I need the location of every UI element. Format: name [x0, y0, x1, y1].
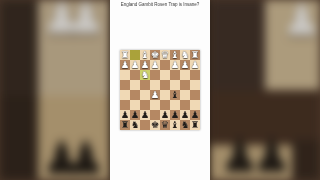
- square-d4: [160, 80, 170, 90]
- square-h5: [120, 90, 130, 100]
- piece-black-knight: ♞: [181, 120, 190, 130]
- square-d8: ♛: [160, 120, 170, 130]
- square-b4: [180, 80, 190, 90]
- square-e5: ♟: [150, 90, 160, 100]
- square-a2: ♟: [190, 60, 200, 70]
- piece-black-knight: ♞: [131, 120, 140, 130]
- square-h3: [120, 70, 130, 80]
- square-a5: [190, 90, 200, 100]
- backdrop-square: [292, 140, 320, 180]
- backdrop-square: [0, 0, 38, 96]
- piece-white-pawn: ♟: [121, 60, 130, 70]
- piece-white-pawn: ♟: [131, 60, 140, 70]
- piece-black-rook: ♜: [121, 120, 130, 130]
- piece-white-pawn: ♟: [151, 60, 160, 70]
- square-c8: ♝: [170, 120, 180, 130]
- piece-black-pawn: ♟: [141, 110, 150, 120]
- square-e2: ♟: [150, 60, 160, 70]
- square-g5: [130, 90, 140, 100]
- square-e6: [150, 100, 160, 110]
- square-g2: ♟: [130, 60, 140, 70]
- square-e3: [150, 70, 160, 80]
- square-h4: [120, 80, 130, 90]
- square-b2: ♟: [180, 60, 190, 70]
- piece-white-pawn: ♟: [181, 60, 190, 70]
- video-title: England Gambit Rosen Trap is Insane?: [110, 0, 210, 8]
- piece-black-rook: ♜: [191, 120, 200, 130]
- square-g4: [130, 80, 140, 90]
- square-e8: ♚: [150, 120, 160, 130]
- blurred-piece-black-pawn: ♟: [66, 136, 105, 180]
- square-g3: [130, 70, 140, 80]
- square-h2: ♟: [120, 60, 130, 70]
- square-d5: [160, 90, 170, 100]
- square-c5: ♝: [170, 90, 180, 100]
- square-f5: [140, 90, 150, 100]
- square-b8: ♞: [180, 120, 190, 130]
- piece-white-pawn: ♟: [151, 90, 160, 100]
- blurred-piece-white-pawn: ♟: [282, 0, 320, 42]
- piece-black-bishop: ♝: [171, 90, 180, 100]
- square-d3: [160, 70, 170, 80]
- square-c3: [170, 70, 180, 80]
- backdrop-square: [0, 96, 38, 180]
- backdrop-square: [210, 0, 265, 90]
- square-b5: [180, 90, 190, 100]
- square-f7: ♟: [140, 110, 150, 120]
- square-a4: [190, 80, 200, 90]
- chess-board: ♜♝♚♛♝♞♜♟♟♟♟♟♟♟♞♟♝♟♟♟♟♟♟♟♜♞♚♛♝♞♜: [120, 50, 200, 130]
- blurred-piece-white-pawn: ♟: [66, 0, 105, 40]
- square-c2: ♟: [170, 60, 180, 70]
- square-a8: ♜: [190, 120, 200, 130]
- piece-black-queen: ♛: [161, 120, 170, 130]
- piece-white-queen: ♛: [161, 50, 170, 60]
- video-frame[interactable]: England Gambit Rosen Trap is Insane? ♜♝♚…: [110, 0, 210, 180]
- piece-black-bishop: ♝: [171, 120, 180, 130]
- square-d1: ♛: [160, 50, 170, 60]
- square-f4: [140, 80, 150, 90]
- square-a3: [190, 70, 200, 80]
- square-g8: ♞: [130, 120, 140, 130]
- square-b3: [180, 70, 190, 80]
- piece-white-knight: ♞: [141, 70, 150, 80]
- square-h8: ♜: [120, 120, 130, 130]
- piece-white-pawn: ♟: [171, 60, 180, 70]
- blurred-piece-black-pawn: ♟: [252, 134, 291, 178]
- piece-black-king: ♚: [151, 120, 160, 130]
- square-f8: [140, 120, 150, 130]
- square-d2: [160, 60, 170, 70]
- piece-white-pawn: ♟: [191, 60, 200, 70]
- square-f3: ♞: [140, 70, 150, 80]
